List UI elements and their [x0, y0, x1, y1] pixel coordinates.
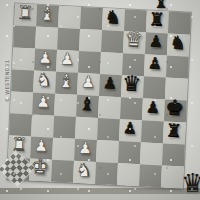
- square-d6[interactable]: [78, 51, 101, 74]
- white-rook[interactable]: ♜: [17, 3, 34, 22]
- square-a7[interactable]: [13, 25, 36, 48]
- square-c7[interactable]: [57, 28, 80, 51]
- square-e5[interactable]: ♟: [99, 74, 122, 97]
- square-g1[interactable]: [139, 164, 162, 187]
- square-d1[interactable]: ♞: [73, 161, 96, 184]
- square-c2[interactable]: [52, 138, 75, 161]
- square-h3[interactable]: ♜: [163, 121, 186, 144]
- chess-board[interactable]: ♜♝♞♜♛♟♞♟♟♟♞♝♟♟♛♟♝♟♚♟♜♜♟♟♚♞: [7, 3, 191, 188]
- square-e6[interactable]: [100, 52, 123, 75]
- chess-photo: ♜♝♞♜♛♟♞♟♟♟♞♝♟♟♛♟♝♟♚♟♜♜♟♟♚♞ ♝ ♛ © WESTEND…: [0, 0, 200, 200]
- square-f4[interactable]: [120, 97, 143, 120]
- captured-black-piece-corner: ♛: [181, 170, 200, 196]
- square-e3[interactable]: [97, 118, 120, 141]
- white-pawn[interactable]: ♟: [38, 50, 53, 67]
- square-b4[interactable]: ♟: [32, 93, 55, 116]
- square-h2[interactable]: [162, 143, 185, 166]
- black-knight[interactable]: ♞: [104, 8, 121, 27]
- square-e2[interactable]: [96, 140, 119, 163]
- square-a4[interactable]: [10, 91, 33, 114]
- square-g6[interactable]: ♟: [144, 54, 167, 77]
- black-pawn[interactable]: ♟: [145, 100, 160, 117]
- black-knight[interactable]: ♞: [169, 33, 186, 52]
- white-pawn[interactable]: ♟: [34, 138, 49, 155]
- square-c1[interactable]: [51, 160, 74, 183]
- black-king[interactable]: ♚: [165, 97, 185, 119]
- table-edge: [0, 188, 200, 200]
- square-g7[interactable]: ♟: [145, 32, 168, 55]
- black-pawn[interactable]: ♟: [148, 34, 163, 51]
- square-d4[interactable]: ♝: [76, 95, 99, 118]
- square-a5[interactable]: [11, 69, 34, 92]
- black-queen[interactable]: ♛: [122, 73, 142, 95]
- square-f5[interactable]: ♛: [121, 75, 144, 98]
- square-a8[interactable]: ♜: [14, 3, 37, 26]
- square-f7[interactable]: ♛: [123, 31, 146, 54]
- white-pawn[interactable]: ♟: [81, 74, 96, 91]
- square-g5[interactable]: [143, 76, 166, 99]
- white-knight[interactable]: ♞: [36, 71, 53, 90]
- square-g8[interactable]: ♜: [146, 10, 169, 33]
- black-rook[interactable]: ♜: [165, 121, 182, 140]
- square-d3[interactable]: [75, 117, 98, 140]
- black-pawn[interactable]: ♟: [102, 75, 117, 92]
- square-b5[interactable]: ♞: [33, 71, 56, 94]
- white-bishop[interactable]: ♝: [39, 5, 56, 24]
- square-g2[interactable]: [140, 142, 163, 165]
- square-g4[interactable]: ♟: [142, 98, 165, 121]
- square-a6[interactable]: [12, 47, 35, 70]
- square-c8[interactable]: [58, 6, 81, 29]
- square-c4[interactable]: [54, 94, 77, 117]
- square-c5[interactable]: ♝: [55, 72, 78, 95]
- square-d8[interactable]: [80, 7, 103, 30]
- white-bishop[interactable]: ♝: [58, 72, 75, 91]
- square-e8[interactable]: ♞: [102, 8, 125, 31]
- captured-black-piece-top: ♝: [152, 0, 170, 11]
- square-b7[interactable]: [35, 27, 58, 50]
- black-bishop[interactable]: ♝: [79, 95, 96, 114]
- square-c3[interactable]: [53, 116, 76, 139]
- black-rook[interactable]: ♜: [148, 10, 165, 29]
- square-f2[interactable]: [118, 141, 141, 164]
- square-h7[interactable]: ♞: [167, 34, 190, 57]
- square-b1[interactable]: ♚: [29, 158, 52, 181]
- square-b3[interactable]: [31, 115, 54, 138]
- white-pawn[interactable]: ♟: [60, 51, 75, 68]
- white-pawn[interactable]: ♟: [36, 94, 51, 111]
- white-rook[interactable]: ♜: [11, 135, 28, 154]
- square-b8[interactable]: ♝: [36, 5, 59, 28]
- square-g3[interactable]: [141, 120, 164, 143]
- white-queen[interactable]: ♛: [124, 29, 144, 51]
- square-e1[interactable]: [95, 162, 118, 185]
- square-f1[interactable]: [117, 163, 140, 186]
- square-e4[interactable]: [98, 96, 121, 119]
- copyright-watermark: © WESTEND61: [4, 57, 10, 105]
- square-e7[interactable]: [101, 30, 124, 53]
- white-pawn[interactable]: ♟: [78, 140, 93, 157]
- white-knight[interactable]: ♞: [76, 161, 93, 180]
- square-f3[interactable]: ♟: [119, 119, 142, 142]
- square-h6[interactable]: [166, 55, 189, 78]
- black-pawn[interactable]: ♟: [122, 120, 137, 137]
- black-pawn[interactable]: ♟: [147, 56, 162, 73]
- square-d7[interactable]: [79, 29, 102, 52]
